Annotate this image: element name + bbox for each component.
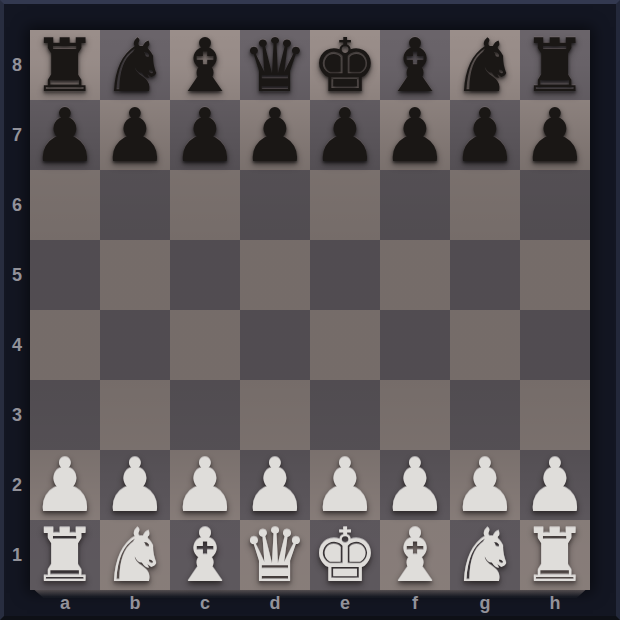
square-e2[interactable]: ♟ [310,450,380,520]
piece-black-rook[interactable]: ♜ [32,30,98,100]
piece-white-pawn[interactable]: ♟ [312,450,378,520]
rank-label-5: 5 [4,240,30,310]
chess-board: ♜♞♝♛♚♝♞♜♟♟♟♟♟♟♟♟♟♟♟♟♟♟♟♟♜♞♝♛♚♝♞♜ [30,30,590,590]
piece-black-king[interactable]: ♚ [312,30,378,100]
piece-white-bishop[interactable]: ♝ [172,520,238,590]
square-a6[interactable] [30,170,100,240]
square-f8[interactable]: ♝ [380,30,450,100]
square-d2[interactable]: ♟ [240,450,310,520]
square-h5[interactable] [520,240,590,310]
piece-black-pawn[interactable]: ♟ [382,100,448,170]
piece-white-rook[interactable]: ♜ [522,520,588,590]
piece-white-pawn[interactable]: ♟ [242,450,308,520]
piece-black-pawn[interactable]: ♟ [32,100,98,170]
square-g8[interactable]: ♞ [450,30,520,100]
piece-black-pawn[interactable]: ♟ [452,100,518,170]
square-b8[interactable]: ♞ [100,30,170,100]
square-a7[interactable]: ♟ [30,100,100,170]
square-c2[interactable]: ♟ [170,450,240,520]
square-b6[interactable] [100,170,170,240]
piece-black-pawn[interactable]: ♟ [522,100,588,170]
square-b1[interactable]: ♞ [100,520,170,590]
square-g3[interactable] [450,380,520,450]
piece-black-bishop[interactable]: ♝ [172,30,238,100]
square-d8[interactable]: ♛ [240,30,310,100]
square-b3[interactable] [100,380,170,450]
square-d5[interactable] [240,240,310,310]
square-c6[interactable] [170,170,240,240]
piece-white-knight[interactable]: ♞ [102,520,168,590]
piece-black-queen[interactable]: ♛ [242,30,308,100]
rank-label-8: 8 [4,30,30,100]
square-b7[interactable]: ♟ [100,100,170,170]
square-a4[interactable] [30,310,100,380]
square-g5[interactable] [450,240,520,310]
piece-white-pawn[interactable]: ♟ [452,450,518,520]
piece-black-pawn[interactable]: ♟ [172,100,238,170]
square-e4[interactable] [310,310,380,380]
square-a2[interactable]: ♟ [30,450,100,520]
square-a3[interactable] [30,380,100,450]
square-f6[interactable] [380,170,450,240]
piece-black-bishop[interactable]: ♝ [382,30,448,100]
square-h6[interactable] [520,170,590,240]
square-g6[interactable] [450,170,520,240]
piece-black-pawn[interactable]: ♟ [242,100,308,170]
square-h7[interactable]: ♟ [520,100,590,170]
rank-label-7: 7 [4,100,30,170]
square-h3[interactable] [520,380,590,450]
rank-label-3: 3 [4,380,30,450]
rank-label-6: 6 [4,170,30,240]
square-e7[interactable]: ♟ [310,100,380,170]
piece-white-knight[interactable]: ♞ [452,520,518,590]
piece-white-pawn[interactable]: ♟ [382,450,448,520]
square-c4[interactable] [170,310,240,380]
piece-white-pawn[interactable]: ♟ [102,450,168,520]
piece-white-pawn[interactable]: ♟ [172,450,238,520]
piece-white-queen[interactable]: ♛ [242,520,308,590]
rank-label-1: 1 [4,520,30,590]
square-h8[interactable]: ♜ [520,30,590,100]
piece-black-rook[interactable]: ♜ [522,30,588,100]
square-g2[interactable]: ♟ [450,450,520,520]
rank-label-2: 2 [4,450,30,520]
square-g4[interactable] [450,310,520,380]
square-c5[interactable] [170,240,240,310]
square-d1[interactable]: ♛ [240,520,310,590]
square-d4[interactable] [240,310,310,380]
square-f7[interactable]: ♟ [380,100,450,170]
square-b4[interactable] [100,310,170,380]
piece-black-knight[interactable]: ♞ [102,30,168,100]
square-g1[interactable]: ♞ [450,520,520,590]
piece-white-pawn[interactable]: ♟ [522,450,588,520]
square-f1[interactable]: ♝ [380,520,450,590]
square-b5[interactable] [100,240,170,310]
piece-black-pawn[interactable]: ♟ [102,100,168,170]
piece-white-rook[interactable]: ♜ [32,520,98,590]
square-h1[interactable]: ♜ [520,520,590,590]
board-frame: ♜♞♝♛♚♝♞♜♟♟♟♟♟♟♟♟♟♟♟♟♟♟♟♟♜♞♝♛♚♝♞♜ 8765432… [0,0,620,620]
square-f5[interactable] [380,240,450,310]
square-f4[interactable] [380,310,450,380]
piece-white-bishop[interactable]: ♝ [382,520,448,590]
square-h2[interactable]: ♟ [520,450,590,520]
square-c7[interactable]: ♟ [170,100,240,170]
square-e5[interactable] [310,240,380,310]
square-c1[interactable]: ♝ [170,520,240,590]
square-g7[interactable]: ♟ [450,100,520,170]
square-e1[interactable]: ♚ [310,520,380,590]
square-b2[interactable]: ♟ [100,450,170,520]
square-a1[interactable]: ♜ [30,520,100,590]
rank-label-4: 4 [4,310,30,380]
square-c8[interactable]: ♝ [170,30,240,100]
square-d7[interactable]: ♟ [240,100,310,170]
square-e3[interactable] [310,380,380,450]
square-h4[interactable] [520,310,590,380]
piece-black-knight[interactable]: ♞ [452,30,518,100]
piece-black-pawn[interactable]: ♟ [312,100,378,170]
square-c3[interactable] [170,380,240,450]
square-a5[interactable] [30,240,100,310]
square-a8[interactable]: ♜ [30,30,100,100]
square-e6[interactable] [310,170,380,240]
piece-white-pawn[interactable]: ♟ [32,450,98,520]
piece-white-king[interactable]: ♚ [312,520,378,590]
square-e8[interactable]: ♚ [310,30,380,100]
rank-labels: 87654321 [4,30,30,590]
square-f2[interactable]: ♟ [380,450,450,520]
square-d3[interactable] [240,380,310,450]
square-d6[interactable] [240,170,310,240]
square-f3[interactable] [380,380,450,450]
